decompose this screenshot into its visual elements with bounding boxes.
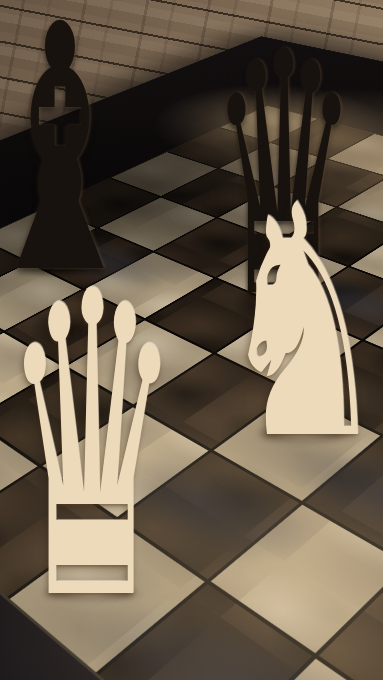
piece-white-queen[interactable]: ♛ — [2, 238, 183, 658]
piece-white-knight[interactable]: ♞ — [217, 163, 383, 483]
scene: ♝♛♞♛ — [0, 0, 383, 680]
